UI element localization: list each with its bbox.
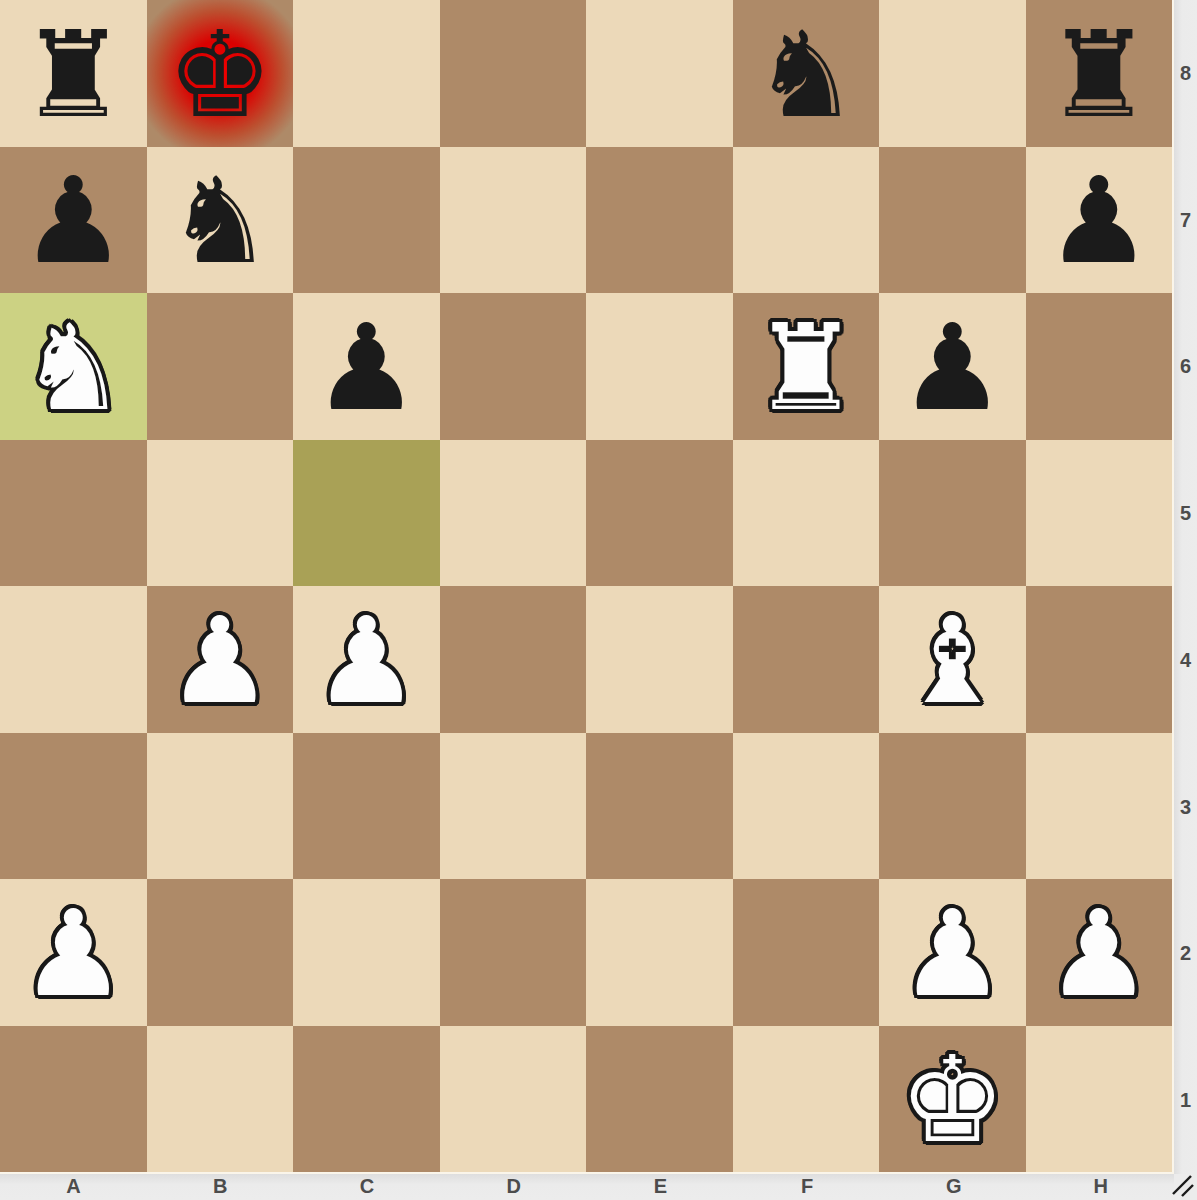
square-e6[interactable]: [586, 293, 733, 440]
file-label-g: G: [881, 1174, 1028, 1200]
black-rook[interactable]: ♜: [1045, 16, 1152, 135]
square-b5[interactable]: [147, 440, 294, 587]
resize-handle-icon[interactable]: [1170, 1173, 1194, 1197]
square-h5[interactable]: [1026, 440, 1173, 587]
square-b1[interactable]: [147, 1026, 294, 1173]
white-bishop[interactable]: ♝: [899, 602, 1006, 721]
black-king[interactable]: ♚: [166, 16, 273, 135]
white-pawn[interactable]: ♟: [313, 602, 420, 721]
square-g3[interactable]: [879, 733, 1026, 880]
rank-label-5: 5: [1174, 440, 1197, 587]
square-h4[interactable]: [1026, 586, 1173, 733]
square-c5[interactable]: [293, 440, 440, 587]
square-g5[interactable]: [879, 440, 1026, 587]
square-b8[interactable]: ♚: [147, 0, 294, 147]
square-a1[interactable]: [0, 1026, 147, 1173]
square-d8[interactable]: [440, 0, 587, 147]
square-h6[interactable]: [1026, 293, 1173, 440]
square-d4[interactable]: [440, 586, 587, 733]
square-c6[interactable]: ♟: [293, 293, 440, 440]
square-a2[interactable]: ♟: [0, 879, 147, 1026]
rank-label-3: 3: [1174, 734, 1197, 881]
square-h3[interactable]: [1026, 733, 1173, 880]
black-rook[interactable]: ♜: [20, 16, 127, 135]
square-h1[interactable]: [1026, 1026, 1173, 1173]
square-d1[interactable]: [440, 1026, 587, 1173]
black-pawn[interactable]: ♟: [20, 162, 127, 281]
square-e5[interactable]: [586, 440, 733, 587]
file-label-e: E: [587, 1174, 734, 1200]
square-c7[interactable]: [293, 147, 440, 294]
square-a5[interactable]: [0, 440, 147, 587]
white-knight[interactable]: ♞: [20, 309, 127, 428]
black-knight[interactable]: ♞: [166, 162, 273, 281]
square-b3[interactable]: [147, 733, 294, 880]
rank-labels: 87654321: [1174, 0, 1197, 1174]
square-a8[interactable]: ♜: [0, 0, 147, 147]
square-c8[interactable]: [293, 0, 440, 147]
file-label-d: D: [440, 1174, 587, 1200]
square-d6[interactable]: [440, 293, 587, 440]
square-h8[interactable]: ♜: [1026, 0, 1173, 147]
square-h2[interactable]: ♟: [1026, 879, 1173, 1026]
square-e3[interactable]: [586, 733, 733, 880]
black-pawn[interactable]: ♟: [1045, 162, 1152, 281]
file-labels: ABCDEFGH: [0, 1174, 1174, 1200]
white-pawn[interactable]: ♟: [899, 895, 1006, 1014]
square-f8[interactable]: ♞: [733, 0, 880, 147]
square-d5[interactable]: [440, 440, 587, 587]
square-g2[interactable]: ♟: [879, 879, 1026, 1026]
square-b7[interactable]: ♞: [147, 147, 294, 294]
square-f7[interactable]: [733, 147, 880, 294]
square-c2[interactable]: [293, 879, 440, 1026]
black-pawn[interactable]: ♟: [313, 309, 420, 428]
square-g4[interactable]: ♝: [879, 586, 1026, 733]
square-d3[interactable]: [440, 733, 587, 880]
rank-label-2: 2: [1174, 881, 1197, 1028]
square-g1[interactable]: ♚: [879, 1026, 1026, 1173]
file-label-a: A: [0, 1174, 147, 1200]
white-pawn[interactable]: ♟: [166, 602, 273, 721]
white-rook[interactable]: ♜: [752, 309, 859, 428]
white-king[interactable]: ♚: [899, 1041, 1006, 1160]
square-f1[interactable]: [733, 1026, 880, 1173]
square-g7[interactable]: [879, 147, 1026, 294]
square-g8[interactable]: [879, 0, 1026, 147]
white-pawn[interactable]: ♟: [20, 895, 127, 1014]
rank-label-4: 4: [1174, 587, 1197, 734]
white-pawn[interactable]: ♟: [1045, 895, 1152, 1014]
square-c1[interactable]: [293, 1026, 440, 1173]
square-e2[interactable]: [586, 879, 733, 1026]
file-label-b: B: [147, 1174, 294, 1200]
square-b2[interactable]: [147, 879, 294, 1026]
square-b4[interactable]: ♟: [147, 586, 294, 733]
square-c4[interactable]: ♟: [293, 586, 440, 733]
square-b6[interactable]: [147, 293, 294, 440]
black-knight[interactable]: ♞: [752, 16, 859, 135]
square-f6[interactable]: ♜: [733, 293, 880, 440]
square-a7[interactable]: ♟: [0, 147, 147, 294]
rank-label-6: 6: [1174, 294, 1197, 441]
file-label-c: C: [294, 1174, 441, 1200]
square-e8[interactable]: [586, 0, 733, 147]
square-a3[interactable]: [0, 733, 147, 880]
square-a6[interactable]: ♞: [0, 293, 147, 440]
black-pawn[interactable]: ♟: [899, 309, 1006, 428]
square-f3[interactable]: [733, 733, 880, 880]
square-e4[interactable]: [586, 586, 733, 733]
rank-label-7: 7: [1174, 147, 1197, 294]
square-f2[interactable]: [733, 879, 880, 1026]
square-d2[interactable]: [440, 879, 587, 1026]
rank-label-8: 8: [1174, 0, 1197, 147]
square-e7[interactable]: [586, 147, 733, 294]
file-label-f: F: [734, 1174, 881, 1200]
square-g6[interactable]: ♟: [879, 293, 1026, 440]
square-c3[interactable]: [293, 733, 440, 880]
square-e1[interactable]: [586, 1026, 733, 1173]
chess-app: ♜♚♞♜♟♞♟♞♟♜♟♟♟♝♟♟♟♚ 87654321 ABCDEFGH: [0, 0, 1197, 1200]
square-h7[interactable]: ♟: [1026, 147, 1173, 294]
square-a4[interactable]: [0, 586, 147, 733]
square-f4[interactable]: [733, 586, 880, 733]
file-label-h: H: [1027, 1174, 1174, 1200]
chess-board: ♜♚♞♜♟♞♟♞♟♜♟♟♟♝♟♟♟♚: [0, 0, 1174, 1174]
square-d7[interactable]: [440, 147, 587, 294]
square-f5[interactable]: [733, 440, 880, 587]
rank-label-1: 1: [1174, 1027, 1197, 1174]
